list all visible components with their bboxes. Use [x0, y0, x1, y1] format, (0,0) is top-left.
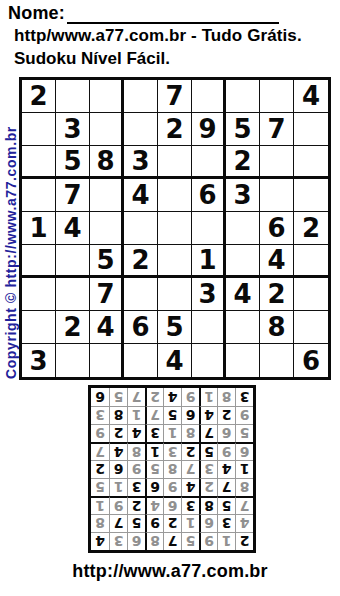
- solution-cell-r6c5: 3: [163, 442, 181, 460]
- puzzle-cell-r6c6[interactable]: 1: [192, 245, 226, 278]
- solution-cell-r5c4: 7: [181, 460, 199, 478]
- puzzle-cell-r5c7[interactable]: [226, 212, 260, 245]
- puzzle-cell-r9c2[interactable]: [56, 344, 90, 377]
- solution-cell-r1c5: 7: [163, 532, 181, 550]
- solution-cell-r5c1: 1: [235, 460, 253, 478]
- solution-cell-r6c4: 2: [181, 442, 199, 460]
- puzzle-cell-r7c8[interactable]: 2: [260, 278, 294, 311]
- puzzle-cell-r5c9[interactable]: 2: [294, 212, 328, 245]
- puzzle-cell-r9c8[interactable]: [260, 344, 294, 377]
- sudoku-puzzle-grid[interactable]: 274329575832746314625214734224658346: [19, 77, 331, 380]
- solution-cell-r1c9: 4: [91, 532, 109, 550]
- puzzle-cell-r7c2[interactable]: [56, 278, 90, 311]
- solution-cell-r2c3: 6: [199, 514, 217, 532]
- puzzle-cell-r1c7[interactable]: [226, 80, 260, 113]
- solution-cell-r9c9: 6: [91, 388, 109, 406]
- solution-cell-r2c4: 1: [181, 514, 199, 532]
- solution-cell-r4c9: 5: [91, 478, 109, 496]
- page-title: Sudoku Nível Fácil.: [14, 49, 170, 69]
- solution-cell-r1c8: 3: [109, 532, 127, 550]
- puzzle-cell-r2c1[interactable]: [22, 113, 56, 146]
- solution-cell-r4c6: 6: [145, 478, 163, 496]
- solution-cell-r4c1: 8: [235, 478, 253, 496]
- solution-cell-r2c9: 8: [91, 514, 109, 532]
- puzzle-cell-r4c7[interactable]: 3: [226, 179, 260, 212]
- solution-cell-r9c3: 1: [199, 388, 217, 406]
- solution-cell-r5c5: 8: [163, 460, 181, 478]
- solution-cell-r5c8: 6: [109, 460, 127, 478]
- solution-cell-r8c1: 9: [235, 406, 253, 424]
- sudoku-worksheet-page: Nome: http/www.a77.com.br - Tudo Grátis.…: [0, 0, 340, 596]
- solution-cell-r3c2: 5: [217, 496, 235, 514]
- puzzle-cell-r9c7[interactable]: [226, 344, 260, 377]
- puzzle-cell-r3c2[interactable]: 5: [56, 146, 90, 179]
- solution-cell-r6c8: 4: [109, 442, 127, 460]
- puzzle-cell-r7c6[interactable]: 3: [192, 278, 226, 311]
- puzzle-cell-r6c8[interactable]: 4: [260, 245, 294, 278]
- puzzle-cell-r8c9[interactable]: [294, 311, 328, 344]
- puzzle-cell-r4c4[interactable]: 4: [124, 179, 158, 212]
- solution-cell-r5c2: 4: [217, 460, 235, 478]
- solution-cell-r2c7: 5: [127, 514, 145, 532]
- puzzle-cell-r6c1[interactable]: [22, 245, 56, 278]
- solution-cell-r4c8: 1: [109, 478, 127, 496]
- puzzle-cell-r1c8[interactable]: [260, 80, 294, 113]
- solution-cell-r3c1: 7: [235, 496, 253, 514]
- puzzle-cell-r4c9[interactable]: [294, 179, 328, 212]
- footer-url: http://www.a77.com.br: [0, 561, 340, 582]
- puzzle-cell-r8c6[interactable]: [192, 311, 226, 344]
- copyright-vertical-text: Copyright © http://www.a77.com.br: [3, 126, 19, 379]
- solution-cell-r3c8: 9: [109, 496, 127, 514]
- puzzle-cell-r1c1[interactable]: 2: [22, 80, 56, 113]
- name-blank-line[interactable]: [67, 6, 279, 24]
- puzzle-cell-r6c3[interactable]: 5: [90, 245, 124, 278]
- solution-cell-r6c2: 9: [217, 442, 235, 460]
- solution-cell-r2c8: 7: [109, 514, 127, 532]
- solution-cell-r1c4: 5: [181, 532, 199, 550]
- puzzle-cell-r1c3[interactable]: [90, 80, 124, 113]
- solution-cell-r7c8: 2: [109, 424, 127, 442]
- sudoku-solution-grid: 2195786344361295787583642918724963151437…: [88, 385, 256, 553]
- puzzle-cell-r3c1[interactable]: [22, 146, 56, 179]
- puzzle-cell-r1c5[interactable]: 7: [158, 80, 192, 113]
- puzzle-cell-r7c9[interactable]: [294, 278, 328, 311]
- solution-cell-r8c4: 6: [181, 406, 199, 424]
- solution-cell-r9c7: 7: [127, 388, 145, 406]
- puzzle-cell-r1c6[interactable]: [192, 80, 226, 113]
- puzzle-cell-r2c7[interactable]: 5: [226, 113, 260, 146]
- puzzle-cell-r1c9[interactable]: 4: [294, 80, 328, 113]
- solution-cell-r4c7: 3: [127, 478, 145, 496]
- solution-cell-r7c7: 4: [127, 424, 145, 442]
- solution-cell-r8c2: 2: [217, 406, 235, 424]
- puzzle-cell-r4c6[interactable]: 6: [192, 179, 226, 212]
- solution-cell-r5c9: 2: [91, 460, 109, 478]
- puzzle-cell-r5c8[interactable]: 6: [260, 212, 294, 245]
- puzzle-cell-r8c5[interactable]: 5: [158, 311, 192, 344]
- solution-cell-r4c3: 2: [199, 478, 217, 496]
- solution-cell-r8c5: 5: [163, 406, 181, 424]
- puzzle-cell-r7c7[interactable]: 4: [226, 278, 260, 311]
- solution-cell-r8c8: 8: [109, 406, 127, 424]
- solution-cell-r6c6: 1: [145, 442, 163, 460]
- solution-cell-r3c9: 1: [91, 496, 109, 514]
- solution-cell-r1c3: 9: [199, 532, 217, 550]
- puzzle-cell-r3c4[interactable]: 3: [124, 146, 158, 179]
- solution-cell-r7c5: 1: [163, 424, 181, 442]
- solution-cell-r5c3: 3: [199, 460, 217, 478]
- solution-cell-r4c5: 9: [163, 478, 181, 496]
- solution-cell-r2c1: 4: [235, 514, 253, 532]
- puzzle-cell-r8c1[interactable]: [22, 311, 56, 344]
- solution-cell-r2c2: 3: [217, 514, 235, 532]
- solution-cell-r1c1: 2: [235, 532, 253, 550]
- solution-cell-r8c7: 1: [127, 406, 145, 424]
- puzzle-cell-r8c2[interactable]: 2: [56, 311, 90, 344]
- solution-cell-r9c1: 3: [235, 388, 253, 406]
- solution-cell-r7c6: 3: [145, 424, 163, 442]
- site-header-text: http/www.a77.com.br - Tudo Grátis.: [14, 26, 302, 46]
- solution-cell-r9c2: 8: [217, 388, 235, 406]
- solution-cell-r3c5: 6: [163, 496, 181, 514]
- solution-cell-r3c7: 2: [127, 496, 145, 514]
- puzzle-cell-r7c4[interactable]: [124, 278, 158, 311]
- puzzle-cell-r5c5[interactable]: [158, 212, 192, 245]
- puzzle-cell-r8c8[interactable]: 8: [260, 311, 294, 344]
- puzzle-cell-r6c7[interactable]: [226, 245, 260, 278]
- solution-cell-r7c1: 5: [235, 424, 253, 442]
- solution-cell-r4c2: 7: [217, 478, 235, 496]
- puzzle-cell-r8c7[interactable]: [226, 311, 260, 344]
- solution-cell-r3c3: 8: [199, 496, 217, 514]
- puzzle-cell-r5c6[interactable]: [192, 212, 226, 245]
- puzzle-cell-r2c5[interactable]: 2: [158, 113, 192, 146]
- puzzle-cell-r1c4[interactable]: [124, 80, 158, 113]
- solution-cell-r9c5: 4: [163, 388, 181, 406]
- solution-cell-r1c2: 1: [217, 532, 235, 550]
- solution-cell-r6c9: 7: [91, 442, 109, 460]
- solution-cell-r9c8: 5: [109, 388, 127, 406]
- solution-cell-r7c9: 9: [91, 424, 109, 442]
- solution-cell-r7c4: 8: [181, 424, 199, 442]
- name-label: Nome:: [8, 3, 65, 24]
- puzzle-cell-r2c6[interactable]: 9: [192, 113, 226, 146]
- puzzle-cell-r5c3[interactable]: [90, 212, 124, 245]
- solution-cell-r1c6: 8: [145, 532, 163, 550]
- puzzle-cell-r3c5[interactable]: [158, 146, 192, 179]
- solution-cell-r8c3: 4: [199, 406, 217, 424]
- puzzle-cell-r4c8[interactable]: [260, 179, 294, 212]
- puzzle-cell-r7c5[interactable]: [158, 278, 192, 311]
- puzzle-cell-r3c3[interactable]: 8: [90, 146, 124, 179]
- puzzle-cell-r4c2[interactable]: 7: [56, 179, 90, 212]
- solution-cell-r9c4: 9: [181, 388, 199, 406]
- puzzle-cell-r4c3[interactable]: [90, 179, 124, 212]
- solution-cell-r6c3: 5: [199, 442, 217, 460]
- solution-cell-r2c6: 9: [145, 514, 163, 532]
- puzzle-cell-r1c2[interactable]: [56, 80, 90, 113]
- puzzle-cell-r6c4[interactable]: 2: [124, 245, 158, 278]
- puzzle-cell-r6c5[interactable]: [158, 245, 192, 278]
- solution-cell-r1c7: 6: [127, 532, 145, 550]
- puzzle-cell-r7c1[interactable]: [22, 278, 56, 311]
- name-row: Nome:: [8, 3, 279, 24]
- solution-cell-r5c7: 9: [127, 460, 145, 478]
- solution-cell-r7c3: 7: [199, 424, 217, 442]
- puzzle-cell-r9c1[interactable]: 3: [22, 344, 56, 377]
- solution-cell-r2c5: 2: [163, 514, 181, 532]
- solution-cell-r9c6: 2: [145, 388, 163, 406]
- solution-cell-r3c4: 3: [181, 496, 199, 514]
- puzzle-cell-r2c3[interactable]: [90, 113, 124, 146]
- puzzle-cell-r6c9[interactable]: [294, 245, 328, 278]
- puzzle-cell-r2c2[interactable]: 3: [56, 113, 90, 146]
- puzzle-cell-r3c7[interactable]: 2: [226, 146, 260, 179]
- solution-cell-r3c6: 4: [145, 496, 163, 514]
- solution-cell-r8c9: 3: [91, 406, 109, 424]
- puzzle-cell-r4c5[interactable]: [158, 179, 192, 212]
- puzzle-cell-r7c3[interactable]: 7: [90, 278, 124, 311]
- puzzle-cell-r5c4[interactable]: [124, 212, 158, 245]
- puzzle-cell-r3c6[interactable]: [192, 146, 226, 179]
- puzzle-cell-r9c5[interactable]: 4: [158, 344, 192, 377]
- puzzle-cell-r5c1[interactable]: 1: [22, 212, 56, 245]
- puzzle-cell-r9c3[interactable]: [90, 344, 124, 377]
- puzzle-cell-r8c4[interactable]: 6: [124, 311, 158, 344]
- puzzle-cell-r9c9[interactable]: 6: [294, 344, 328, 377]
- puzzle-cell-r2c4[interactable]: [124, 113, 158, 146]
- puzzle-cell-r2c8[interactable]: 7: [260, 113, 294, 146]
- puzzle-cell-r3c9[interactable]: [294, 146, 328, 179]
- solution-cell-r4c4: 4: [181, 478, 199, 496]
- puzzle-cell-r8c3[interactable]: 4: [90, 311, 124, 344]
- solution-cell-r8c6: 7: [145, 406, 163, 424]
- solution-cell-r6c1: 6: [235, 442, 253, 460]
- solution-cell-r5c6: 5: [145, 460, 163, 478]
- puzzle-cell-r6c2[interactable]: [56, 245, 90, 278]
- puzzle-cell-r2c9[interactable]: [294, 113, 328, 146]
- puzzle-cell-r9c6[interactable]: [192, 344, 226, 377]
- puzzle-cell-r3c8[interactable]: [260, 146, 294, 179]
- solution-cell-r6c7: 8: [127, 442, 145, 460]
- solution-cell-r7c2: 6: [217, 424, 235, 442]
- puzzle-cell-r4c1[interactable]: [22, 179, 56, 212]
- puzzle-cell-r5c2[interactable]: 4: [56, 212, 90, 245]
- puzzle-cell-r9c4[interactable]: [124, 344, 158, 377]
